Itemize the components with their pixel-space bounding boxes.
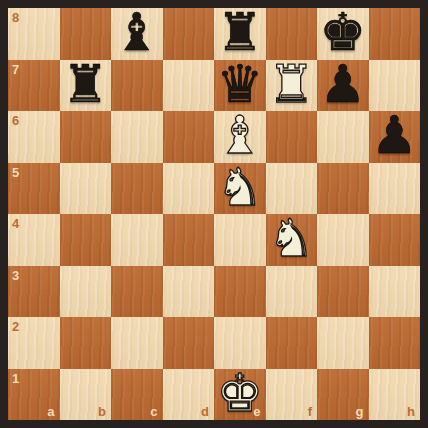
square-h4[interactable] <box>369 214 421 266</box>
board-frame: 8♝♜♚7♜♛♜♟6♝♟5♞4♞321abcde♚fgh <box>0 0 428 428</box>
square-a1[interactable]: 1a <box>8 369 60 421</box>
file-label-b: b <box>98 405 106 418</box>
square-a2[interactable]: 2 <box>8 317 60 369</box>
square-f3[interactable] <box>266 266 318 318</box>
file-label-a: a <box>47 405 54 418</box>
piece-black-bishop[interactable]: ♝ <box>113 6 160 58</box>
file-label-h: h <box>407 405 415 418</box>
square-f1[interactable]: f <box>266 369 318 421</box>
piece-white-knight[interactable]: ♞ <box>268 212 315 264</box>
square-a5[interactable]: 5 <box>8 163 60 215</box>
piece-black-king[interactable]: ♚ <box>319 6 366 58</box>
square-b3[interactable] <box>60 266 112 318</box>
square-d2[interactable] <box>163 317 215 369</box>
square-g5[interactable] <box>317 163 369 215</box>
rank-label-7: 7 <box>12 63 19 76</box>
square-g2[interactable] <box>317 317 369 369</box>
square-g3[interactable] <box>317 266 369 318</box>
square-e3[interactable] <box>214 266 266 318</box>
square-h2[interactable] <box>369 317 421 369</box>
rank-label-8: 8 <box>12 11 19 24</box>
square-e6[interactable]: ♝ <box>214 111 266 163</box>
piece-white-knight[interactable]: ♞ <box>216 161 263 213</box>
square-e1[interactable]: e♚ <box>214 369 266 421</box>
piece-black-rook[interactable]: ♜ <box>62 58 109 110</box>
piece-white-bishop[interactable]: ♝ <box>216 109 263 161</box>
file-label-f: f <box>308 405 312 418</box>
square-a6[interactable]: 6 <box>8 111 60 163</box>
square-d5[interactable] <box>163 163 215 215</box>
square-h6[interactable]: ♟ <box>369 111 421 163</box>
file-label-d: d <box>201 405 209 418</box>
file-label-c: c <box>150 405 157 418</box>
square-c1[interactable]: c <box>111 369 163 421</box>
square-c3[interactable] <box>111 266 163 318</box>
square-e7[interactable]: ♛ <box>214 60 266 112</box>
square-d6[interactable] <box>163 111 215 163</box>
square-c7[interactable] <box>111 60 163 112</box>
square-f4[interactable]: ♞ <box>266 214 318 266</box>
piece-black-queen[interactable]: ♛ <box>216 58 263 110</box>
square-a3[interactable]: 3 <box>8 266 60 318</box>
rank-label-1: 1 <box>12 372 19 385</box>
square-b8[interactable] <box>60 8 112 60</box>
square-e8[interactable]: ♜ <box>214 8 266 60</box>
square-g8[interactable]: ♚ <box>317 8 369 60</box>
square-f2[interactable] <box>266 317 318 369</box>
square-h5[interactable] <box>369 163 421 215</box>
square-h7[interactable] <box>369 60 421 112</box>
square-f7[interactable]: ♜ <box>266 60 318 112</box>
piece-white-rook[interactable]: ♜ <box>268 58 315 110</box>
piece-black-rook[interactable]: ♜ <box>216 6 263 58</box>
square-c4[interactable] <box>111 214 163 266</box>
square-c8[interactable]: ♝ <box>111 8 163 60</box>
square-b5[interactable] <box>60 163 112 215</box>
square-d3[interactable] <box>163 266 215 318</box>
square-d7[interactable] <box>163 60 215 112</box>
square-a4[interactable]: 4 <box>8 214 60 266</box>
square-b1[interactable]: b <box>60 369 112 421</box>
rank-label-6: 6 <box>12 114 19 127</box>
square-e5[interactable]: ♞ <box>214 163 266 215</box>
rank-label-5: 5 <box>12 166 19 179</box>
file-label-g: g <box>356 405 364 418</box>
square-g6[interactable] <box>317 111 369 163</box>
square-g7[interactable]: ♟ <box>317 60 369 112</box>
square-a7[interactable]: 7 <box>8 60 60 112</box>
square-h3[interactable] <box>369 266 421 318</box>
square-f6[interactable] <box>266 111 318 163</box>
square-e2[interactable] <box>214 317 266 369</box>
rank-label-4: 4 <box>12 217 19 230</box>
square-b7[interactable]: ♜ <box>60 60 112 112</box>
square-c2[interactable] <box>111 317 163 369</box>
square-b4[interactable] <box>60 214 112 266</box>
piece-black-pawn[interactable]: ♟ <box>371 109 418 161</box>
square-d8[interactable] <box>163 8 215 60</box>
square-e4[interactable] <box>214 214 266 266</box>
square-h8[interactable] <box>369 8 421 60</box>
chess-board: 8♝♜♚7♜♛♜♟6♝♟5♞4♞321abcde♚fgh <box>8 8 420 420</box>
square-g4[interactable] <box>317 214 369 266</box>
square-f5[interactable] <box>266 163 318 215</box>
square-a8[interactable]: 8 <box>8 8 60 60</box>
square-d4[interactable] <box>163 214 215 266</box>
square-d1[interactable]: d <box>163 369 215 421</box>
rank-label-3: 3 <box>12 269 19 282</box>
rank-label-2: 2 <box>12 320 19 333</box>
square-c6[interactable] <box>111 111 163 163</box>
square-b2[interactable] <box>60 317 112 369</box>
square-g1[interactable]: g <box>317 369 369 421</box>
square-f8[interactable] <box>266 8 318 60</box>
square-b6[interactable] <box>60 111 112 163</box>
piece-white-king[interactable]: ♚ <box>216 367 263 419</box>
piece-black-pawn[interactable]: ♟ <box>319 58 366 110</box>
square-c5[interactable] <box>111 163 163 215</box>
square-h1[interactable]: h <box>369 369 421 421</box>
